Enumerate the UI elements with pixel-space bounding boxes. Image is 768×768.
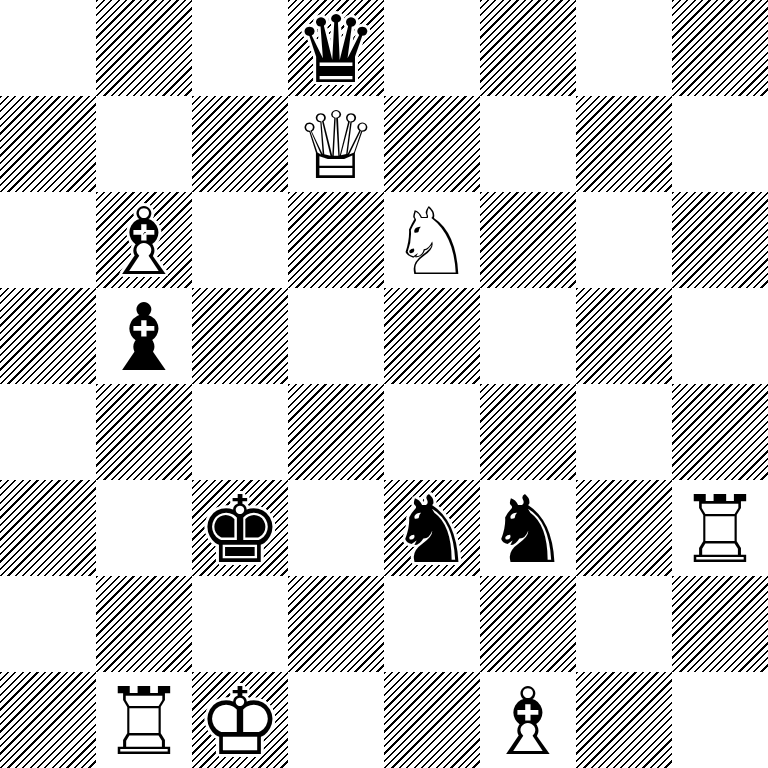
- square-a7[interactable]: [0, 96, 96, 192]
- square-e4[interactable]: [384, 384, 480, 480]
- piece-glyph: ♚: [192, 482, 288, 578]
- square-e6[interactable]: ♞♘: [384, 192, 480, 288]
- piece-black-bishop-b5[interactable]: ♝♝: [96, 288, 192, 384]
- square-e2[interactable]: [384, 576, 480, 672]
- square-c5[interactable]: [192, 288, 288, 384]
- square-a8[interactable]: [0, 0, 96, 96]
- piece-white-queen-d7[interactable]: ♛♕: [288, 96, 384, 192]
- piece-glyph: ♗: [480, 674, 576, 768]
- square-b2[interactable]: [96, 576, 192, 672]
- square-c8[interactable]: [192, 0, 288, 96]
- square-g8[interactable]: [576, 0, 672, 96]
- square-d6[interactable]: [288, 192, 384, 288]
- square-d1[interactable]: [288, 672, 384, 768]
- piece-glyph: ♘: [384, 194, 480, 290]
- piece-glyph: ♝: [96, 290, 192, 386]
- piece-glyph: ♞: [384, 482, 480, 578]
- square-b1[interactable]: ♜♖: [96, 672, 192, 768]
- square-f1[interactable]: ♝♗: [480, 672, 576, 768]
- square-b3[interactable]: [96, 480, 192, 576]
- square-a1[interactable]: [0, 672, 96, 768]
- square-h8[interactable]: [672, 0, 768, 96]
- square-d4[interactable]: [288, 384, 384, 480]
- piece-black-knight-e3[interactable]: ♞♞: [384, 480, 480, 576]
- square-a3[interactable]: [0, 480, 96, 576]
- square-g2[interactable]: [576, 576, 672, 672]
- piece-black-queen-d8[interactable]: ♛♛: [288, 0, 384, 96]
- piece-black-knight-f3[interactable]: ♞♞: [480, 480, 576, 576]
- square-h7[interactable]: [672, 96, 768, 192]
- square-g6[interactable]: [576, 192, 672, 288]
- square-f3[interactable]: ♞♞: [480, 480, 576, 576]
- square-h2[interactable]: [672, 576, 768, 672]
- piece-white-rook-b1[interactable]: ♜♖: [96, 672, 192, 768]
- square-h6[interactable]: [672, 192, 768, 288]
- piece-glyph: ♔: [192, 674, 288, 768]
- square-c2[interactable]: [192, 576, 288, 672]
- square-f8[interactable]: [480, 0, 576, 96]
- square-b6[interactable]: ♝♗: [96, 192, 192, 288]
- chess-board: ♛♛♛♕♝♗♞♘♝♝♚♚♞♞♞♞♜♖♜♖♚♔♝♗: [0, 0, 768, 768]
- square-g4[interactable]: [576, 384, 672, 480]
- square-a4[interactable]: [0, 384, 96, 480]
- square-c6[interactable]: [192, 192, 288, 288]
- square-h4[interactable]: [672, 384, 768, 480]
- square-e5[interactable]: [384, 288, 480, 384]
- square-a6[interactable]: [0, 192, 96, 288]
- piece-white-king-c1[interactable]: ♚♔: [192, 672, 288, 768]
- square-a5[interactable]: [0, 288, 96, 384]
- square-g1[interactable]: [576, 672, 672, 768]
- square-c3[interactable]: ♚♚: [192, 480, 288, 576]
- square-h1[interactable]: [672, 672, 768, 768]
- square-h3[interactable]: ♜♖: [672, 480, 768, 576]
- piece-glyph: ♖: [672, 482, 768, 578]
- square-d7[interactable]: ♛♕: [288, 96, 384, 192]
- square-d3[interactable]: [288, 480, 384, 576]
- piece-white-knight-e6[interactable]: ♞♘: [384, 192, 480, 288]
- square-g7[interactable]: [576, 96, 672, 192]
- square-d2[interactable]: [288, 576, 384, 672]
- square-d8[interactable]: ♛♛: [288, 0, 384, 96]
- piece-glyph: ♞: [480, 482, 576, 578]
- square-f7[interactable]: [480, 96, 576, 192]
- piece-glyph: ♕: [288, 98, 384, 194]
- square-e1[interactable]: [384, 672, 480, 768]
- square-f5[interactable]: [480, 288, 576, 384]
- square-e8[interactable]: [384, 0, 480, 96]
- square-g3[interactable]: [576, 480, 672, 576]
- piece-black-king-c3[interactable]: ♚♚: [192, 480, 288, 576]
- square-a2[interactable]: [0, 576, 96, 672]
- piece-glyph: ♗: [96, 194, 192, 290]
- square-c4[interactable]: [192, 384, 288, 480]
- piece-glyph: ♖: [96, 674, 192, 768]
- square-e3[interactable]: ♞♞: [384, 480, 480, 576]
- square-d5[interactable]: [288, 288, 384, 384]
- piece-white-bishop-f1[interactable]: ♝♗: [480, 672, 576, 768]
- square-f2[interactable]: [480, 576, 576, 672]
- square-e7[interactable]: [384, 96, 480, 192]
- square-b8[interactable]: [96, 0, 192, 96]
- piece-white-rook-h3[interactable]: ♜♖: [672, 480, 768, 576]
- square-b5[interactable]: ♝♝: [96, 288, 192, 384]
- square-b4[interactable]: [96, 384, 192, 480]
- square-b7[interactable]: [96, 96, 192, 192]
- piece-white-bishop-b6[interactable]: ♝♗: [96, 192, 192, 288]
- square-c7[interactable]: [192, 96, 288, 192]
- square-f6[interactable]: [480, 192, 576, 288]
- piece-glyph: ♛: [288, 2, 384, 98]
- square-h5[interactable]: [672, 288, 768, 384]
- square-f4[interactable]: [480, 384, 576, 480]
- square-g5[interactable]: [576, 288, 672, 384]
- square-c1[interactable]: ♚♔: [192, 672, 288, 768]
